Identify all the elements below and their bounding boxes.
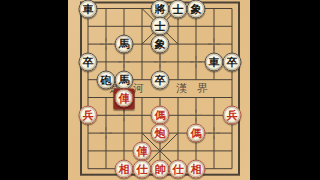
piece-black-soldier[interactable]: 卒 <box>79 52 98 71</box>
piece-red-advisor[interactable]: 仕 <box>133 159 152 178</box>
piece-red-elephant[interactable]: 相 <box>115 159 134 178</box>
piece-black-cannon[interactable]: 砲 <box>97 70 116 89</box>
video-frame: 楚河 漢界 車將士象士馬象卒車卒砲馬卒俥兵傌兵炮傌俥相仕帥仕相 <box>0 0 320 180</box>
piece-red-chariot[interactable]: 俥 <box>115 88 134 107</box>
river-label-han: 漢界 <box>176 83 218 94</box>
piece-black-advisor[interactable]: 士 <box>151 17 170 36</box>
piece-red-horse[interactable]: 傌 <box>187 124 206 143</box>
piece-black-chariot[interactable]: 車 <box>205 52 224 71</box>
piece-red-advisor[interactable]: 仕 <box>169 159 188 178</box>
piece-red-elephant[interactable]: 相 <box>187 159 206 178</box>
piece-red-cannon[interactable]: 炮 <box>151 124 170 143</box>
piece-black-soldier[interactable]: 卒 <box>151 70 170 89</box>
letterbox-left <box>0 0 68 180</box>
piece-red-soldier[interactable]: 兵 <box>223 106 242 125</box>
piece-red-horse[interactable]: 傌 <box>151 106 170 125</box>
piece-red-chariot[interactable]: 俥 <box>133 141 152 160</box>
xiangqi-board[interactable]: 楚河 漢界 車將士象士馬象卒車卒砲馬卒俥兵傌兵炮傌俥相仕帥仕相 <box>68 0 250 180</box>
piece-red-soldier[interactable]: 兵 <box>79 106 98 125</box>
piece-black-elephant[interactable]: 象 <box>151 35 170 54</box>
piece-black-soldier[interactable]: 卒 <box>223 52 242 71</box>
letterbox-right <box>250 0 320 180</box>
piece-black-horse[interactable]: 馬 <box>115 35 134 54</box>
piece-red-general[interactable]: 帥 <box>151 159 170 178</box>
piece-black-horse[interactable]: 馬 <box>115 70 134 89</box>
